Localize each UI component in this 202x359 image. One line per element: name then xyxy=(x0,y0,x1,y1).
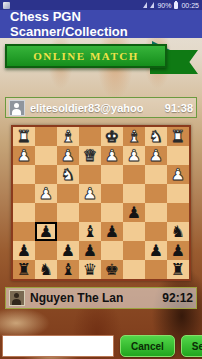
square-a4[interactable] xyxy=(13,184,35,203)
square-d4[interactable]: ♟ xyxy=(79,184,101,203)
square-h3[interactable]: ♟ xyxy=(167,165,189,184)
piece-white-knight: ♞ xyxy=(149,127,163,146)
piece-black-pawn: ♟ xyxy=(61,241,75,260)
banner-label: ONLINE MATCH xyxy=(33,50,139,62)
square-b5[interactable] xyxy=(35,203,57,222)
piece-white-rook: ♜ xyxy=(171,127,185,146)
app-title: Chess PGN Scanner/Collection xyxy=(10,9,192,39)
square-c1[interactable]: ♝ xyxy=(57,127,79,146)
square-h6[interactable]: ♞ xyxy=(167,222,189,241)
square-c8[interactable]: ♝ xyxy=(57,260,79,279)
piece-black-pawn: ♟ xyxy=(149,241,163,260)
square-e8[interactable]: ♚ xyxy=(101,260,123,279)
piece-white-pawn: ♟ xyxy=(127,146,141,165)
square-g4[interactable] xyxy=(145,184,167,203)
square-h4[interactable] xyxy=(167,184,189,203)
square-d3[interactable] xyxy=(79,165,101,184)
square-b1[interactable] xyxy=(35,127,57,146)
square-e2[interactable]: ♟ xyxy=(101,146,123,165)
piece-black-rook: ♜ xyxy=(171,260,185,279)
square-b4[interactable]: ♟ xyxy=(35,184,57,203)
piece-black-knight: ♞ xyxy=(39,260,53,279)
square-f4[interactable] xyxy=(123,184,145,203)
square-e4[interactable] xyxy=(101,184,123,203)
square-b6[interactable]: ♟ xyxy=(35,222,57,241)
opponent-clock: 91:38 xyxy=(165,102,193,114)
piece-white-pawn: ♟ xyxy=(39,184,53,203)
piece-black-pawn: ♟ xyxy=(127,203,141,222)
piece-black-knight: ♞ xyxy=(171,222,185,241)
square-a7[interactable]: ♟ xyxy=(13,241,35,260)
opponent-avatar xyxy=(9,100,25,116)
square-e3[interactable] xyxy=(101,165,123,184)
square-d1[interactable] xyxy=(79,127,101,146)
square-a2[interactable]: ♟ xyxy=(13,146,35,165)
piece-white-pawn: ♟ xyxy=(83,184,97,203)
chess-board: ♜♝♚♝♞♜♟♟♛♟♟♟♞♟♟♟♟♟♝♟♞♟♟♟♟♟♜♞♝♛♚♜ xyxy=(11,125,191,281)
square-a6[interactable] xyxy=(13,222,35,241)
square-f2[interactable]: ♟ xyxy=(123,146,145,165)
square-a1[interactable]: ♜ xyxy=(13,127,35,146)
square-b2[interactable] xyxy=(35,146,57,165)
message-input[interactable] xyxy=(2,335,114,357)
piece-black-pawn: ♟ xyxy=(17,241,31,260)
square-f7[interactable] xyxy=(123,241,145,260)
piece-white-pawn: ♟ xyxy=(105,146,119,165)
piece-black-pawn: ♟ xyxy=(39,222,53,241)
square-e6[interactable]: ♟ xyxy=(101,222,123,241)
square-h1[interactable]: ♜ xyxy=(167,127,189,146)
square-c6[interactable] xyxy=(57,222,79,241)
square-d2[interactable]: ♛ xyxy=(79,146,101,165)
square-g7[interactable]: ♟ xyxy=(145,241,167,260)
square-f1[interactable]: ♝ xyxy=(123,127,145,146)
square-a3[interactable] xyxy=(13,165,35,184)
wifi-icon xyxy=(143,2,147,8)
square-h7[interactable]: ♟ xyxy=(167,241,189,260)
send-button[interactable]: Send xyxy=(181,335,202,357)
square-a5[interactable] xyxy=(13,203,35,222)
square-g5[interactable] xyxy=(145,203,167,222)
square-c5[interactable] xyxy=(57,203,79,222)
screenshot-icon xyxy=(3,2,10,9)
piece-white-knight: ♞ xyxy=(61,165,75,184)
square-h2[interactable] xyxy=(167,146,189,165)
opponent-name: elitesoldier83@yahoo xyxy=(30,102,143,114)
piece-black-bishop: ♝ xyxy=(83,222,97,241)
square-f3[interactable] xyxy=(123,165,145,184)
piece-white-pawn: ♟ xyxy=(17,146,31,165)
square-b8[interactable]: ♞ xyxy=(35,260,57,279)
battery-icon xyxy=(174,2,178,9)
square-c2[interactable]: ♟ xyxy=(57,146,79,165)
player-name: Nguyen The Lan xyxy=(30,291,123,305)
piece-black-bishop: ♝ xyxy=(61,260,75,279)
square-g6[interactable] xyxy=(145,222,167,241)
clock-time: 00:25 xyxy=(181,2,199,9)
square-h8[interactable]: ♜ xyxy=(167,260,189,279)
piece-white-bishop: ♝ xyxy=(61,127,75,146)
player-avatar xyxy=(9,290,25,306)
square-f6[interactable] xyxy=(123,222,145,241)
square-b3[interactable] xyxy=(35,165,57,184)
cancel-button[interactable]: Cancel xyxy=(120,335,175,357)
piece-white-rook: ♜ xyxy=(17,127,31,146)
opponent-info-bar: elitesoldier83@yahoo 91:38 xyxy=(5,97,197,118)
piece-black-pawn: ♟ xyxy=(171,241,185,260)
piece-white-bishop: ♝ xyxy=(127,127,141,146)
square-e5[interactable] xyxy=(101,203,123,222)
piece-white-king: ♚ xyxy=(105,127,119,146)
piece-white-pawn: ♟ xyxy=(61,146,75,165)
piece-black-pawn: ♟ xyxy=(105,222,119,241)
online-match-banner: ONLINE MATCH xyxy=(0,40,202,74)
square-a8[interactable]: ♜ xyxy=(13,260,35,279)
chat-controls: Cancel Send xyxy=(0,333,202,359)
square-g3[interactable] xyxy=(145,165,167,184)
piece-white-pawn: ♟ xyxy=(171,165,185,184)
piece-black-king: ♚ xyxy=(105,260,119,279)
piece-black-pawn: ♟ xyxy=(83,241,97,260)
square-d8[interactable]: ♛ xyxy=(79,260,101,279)
square-f5[interactable]: ♟ xyxy=(123,203,145,222)
piece-white-queen: ♛ xyxy=(83,146,97,165)
square-d6[interactable]: ♝ xyxy=(79,222,101,241)
square-c4[interactable] xyxy=(57,184,79,203)
piece-black-rook: ♜ xyxy=(17,260,31,279)
square-h5[interactable] xyxy=(167,203,189,222)
piece-white-pawn: ♟ xyxy=(149,146,163,165)
player-clock: 92:12 xyxy=(162,291,193,305)
square-g2[interactable]: ♟ xyxy=(145,146,167,165)
square-b7[interactable] xyxy=(35,241,57,260)
app-title-bar: Chess PGN Scanner/Collection xyxy=(0,10,202,38)
square-c7[interactable]: ♟ xyxy=(57,241,79,260)
signal-icon xyxy=(150,2,154,8)
piece-black-queen: ♛ xyxy=(83,260,97,279)
square-e7[interactable] xyxy=(101,241,123,260)
square-d7[interactable]: ♟ xyxy=(79,241,101,260)
square-g8[interactable] xyxy=(145,260,167,279)
square-c3[interactable]: ♞ xyxy=(57,165,79,184)
square-f8[interactable] xyxy=(123,260,145,279)
square-e1[interactable]: ♚ xyxy=(101,127,123,146)
square-d5[interactable] xyxy=(79,203,101,222)
battery-percent: 90% xyxy=(157,2,171,9)
player-info-bar: Nguyen The Lan 92:12 xyxy=(5,287,197,309)
square-g1[interactable]: ♞ xyxy=(145,127,167,146)
